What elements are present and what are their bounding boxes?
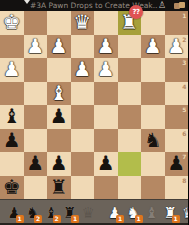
chess-board: ?? 12345678♚♛♜♟♟♟♟♟♟♟♟♝♟♝♞♟♟♟♟♟♜♚ [0, 11, 188, 199]
pocket-black-rook[interactable]: ♜1 [61, 202, 80, 224]
square-c7[interactable] [118, 152, 142, 176]
square-b8[interactable] [141, 176, 165, 200]
pocket-tray: ♟1♞2♝2♜1♛ ♟1♞1♝♜1♛1 [0, 199, 188, 225]
square-g3[interactable] [24, 58, 48, 82]
square-b4[interactable] [141, 82, 165, 106]
square-a3[interactable] [165, 58, 189, 82]
black-pawn-f5[interactable]: ♟ [47, 105, 71, 129]
pocket-white-queen[interactable]: ♛1 [180, 202, 189, 224]
white-pawn-a2[interactable]: ♟ [165, 35, 189, 59]
square-c2[interactable] [118, 35, 142, 59]
black-pawn-h6[interactable]: ♟ [0, 129, 24, 153]
square-g6[interactable] [24, 129, 48, 153]
square-b5[interactable] [141, 105, 165, 129]
white-pawn-b2[interactable]: ♟ [141, 35, 165, 59]
square-c4[interactable] [118, 82, 142, 106]
app-window: #3A Pawn Drops to Create Weak... ♙ ?? 12… [0, 0, 188, 225]
square-h2[interactable] [0, 35, 24, 59]
white-king-h1[interactable]: ♚ [0, 11, 24, 35]
square-e5[interactable] [71, 105, 95, 129]
white-pawn-h3[interactable]: ♟ [0, 58, 24, 82]
pocket-black-bishop[interactable]: ♝2 [42, 202, 61, 224]
square-h4[interactable] [0, 82, 24, 106]
pocket-count-badge: 1 [16, 215, 24, 223]
white-bishop-f4[interactable]: ♝ [47, 82, 71, 106]
square-b3[interactable] [141, 58, 165, 82]
square-d5[interactable] [94, 105, 118, 129]
pocket-count-badge: 2 [34, 215, 42, 223]
black-rook-f8[interactable]: ♜ [47, 176, 71, 200]
square-e6[interactable] [71, 129, 95, 153]
white-queen-e1[interactable]: ♛ [71, 11, 95, 35]
square-g4[interactable] [24, 82, 48, 106]
square-a6[interactable] [165, 129, 189, 153]
square-c5[interactable] [118, 105, 142, 129]
white-pawn-e3[interactable]: ♟ [71, 58, 95, 82]
square-e8[interactable] [71, 176, 95, 200]
square-d6[interactable] [94, 129, 118, 153]
square-a5[interactable] [165, 105, 189, 129]
black-king-h8[interactable]: ♚ [0, 176, 24, 200]
pocket-count-badge: 1 [172, 215, 180, 223]
square-f6[interactable] [47, 129, 71, 153]
pocket-white-knight[interactable]: ♞1 [124, 202, 143, 224]
black-bishop-h5[interactable]: ♝ [0, 105, 24, 129]
blunder-badge: ?? [129, 5, 143, 19]
pocket-black-pawn[interactable]: ♟1 [5, 202, 24, 224]
square-h7[interactable] [0, 152, 24, 176]
black-pawn-a7[interactable]: ♟ [165, 152, 189, 176]
black-pocket: ♟1♞2♝2♜1♛ [5, 201, 98, 225]
square-d8[interactable] [94, 176, 118, 200]
square-e7[interactable] [71, 152, 95, 176]
white-pawn-g2[interactable]: ♟ [24, 35, 48, 59]
square-f3[interactable] [47, 58, 71, 82]
pocket-count-badge: 1 [116, 215, 124, 223]
pocket-count-badge: 1 [71, 215, 79, 223]
square-a8[interactable] [165, 176, 189, 200]
white-pawn-d3[interactable]: ♟ [94, 58, 118, 82]
white-pawn-f2[interactable]: ♟ [47, 35, 71, 59]
square-b7[interactable] [141, 152, 165, 176]
pocket-black-queen: ♛ [79, 202, 98, 224]
square-d4[interactable] [94, 82, 118, 106]
square-a1[interactable] [165, 11, 189, 35]
square-c6[interactable] [118, 129, 142, 153]
black-pawn-g7[interactable]: ♟ [24, 152, 48, 176]
piece-toolbar-icon[interactable]: ♙ [158, 0, 166, 11]
square-e4[interactable] [71, 82, 95, 106]
square-c3[interactable] [118, 58, 142, 82]
square-c8[interactable] [118, 176, 142, 200]
black-pawn-d7[interactable]: ♟ [94, 152, 118, 176]
square-g8[interactable] [24, 176, 48, 200]
pocket-white-pawn[interactable]: ♟1 [106, 202, 125, 224]
black-pawn-f7[interactable]: ♟ [47, 152, 71, 176]
square-e2[interactable] [71, 35, 95, 59]
square-a4[interactable] [165, 82, 189, 106]
square-d1[interactable] [94, 11, 118, 35]
square-g1[interactable] [24, 11, 48, 35]
pocket-white-bishop: ♝ [143, 202, 162, 224]
square-g5[interactable] [24, 105, 48, 129]
title-bar: #3A Pawn Drops to Create Weak... ♙ [0, 0, 188, 11]
pocket-count-badge: 1 [135, 215, 143, 223]
pocket-white-rook[interactable]: ♜1 [161, 202, 180, 224]
pocket-black-knight[interactable]: ♞2 [24, 202, 43, 224]
square-f1[interactable] [47, 11, 71, 35]
square-b1[interactable] [141, 11, 165, 35]
pocket-count-badge: 2 [53, 215, 61, 223]
white-pawn-d2[interactable]: ♟ [94, 35, 118, 59]
pieces-stack-icon[interactable] [174, 2, 185, 10]
black-knight-b6[interactable]: ♞ [141, 129, 165, 153]
white-pocket: ♟1♞1♝♜1♛1 [106, 201, 189, 225]
